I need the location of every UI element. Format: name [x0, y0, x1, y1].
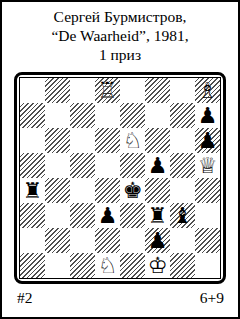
square-g6 [170, 128, 195, 153]
square-c5 [70, 153, 95, 178]
square-b5 [45, 153, 70, 178]
square-e8 [120, 78, 145, 103]
source-year-line: “De Waarheid”, 1981, [2, 26, 238, 45]
square-d8: ♖ [95, 78, 120, 103]
square-d4 [95, 178, 120, 203]
square-f7 [145, 103, 170, 128]
square-b8 [45, 78, 70, 103]
white-knight-e6: ♘ [120, 128, 145, 153]
prize-line: 1 приз [2, 45, 238, 64]
black-pawn-h7: ♟ [195, 103, 220, 128]
square-a2 [20, 228, 45, 253]
black-king-e4: ♚ [120, 178, 145, 203]
square-f5: ♟ [145, 153, 170, 178]
square-h2 [195, 228, 220, 253]
square-d3: ♟ [95, 203, 120, 228]
square-a6 [20, 128, 45, 153]
square-e4: ♚ [120, 178, 145, 203]
square-a3 [20, 203, 45, 228]
square-e7 [120, 103, 145, 128]
problem-header: Сергей Бурмистров, “De Waarheid”, 1981, … [2, 7, 238, 64]
square-h7: ♟ [195, 103, 220, 128]
square-b6 [45, 128, 70, 153]
square-g4 [170, 178, 195, 203]
square-f2: ♟ [145, 228, 170, 253]
square-e1 [120, 253, 145, 278]
white-knight-d1: ♘ [95, 253, 120, 278]
square-h8: ♗ [195, 78, 220, 103]
square-c8 [70, 78, 95, 103]
square-c3 [70, 203, 95, 228]
square-c1 [70, 253, 95, 278]
square-a8 [20, 78, 45, 103]
square-f8 [145, 78, 170, 103]
white-bishop-h8: ♗ [195, 78, 220, 103]
square-e3 [120, 203, 145, 228]
black-pawn-f2: ♟ [145, 228, 170, 253]
square-d6 [95, 128, 120, 153]
black-pawn-h6: ♟ [195, 128, 220, 153]
square-a1 [20, 253, 45, 278]
white-king-f1: ♔ [145, 253, 170, 278]
square-f3: ♜ [145, 203, 170, 228]
square-b4 [45, 178, 70, 203]
black-rook-a4: ♜ [20, 178, 45, 203]
square-h4 [195, 178, 220, 203]
square-h6: ♟ [195, 128, 220, 153]
square-a7 [20, 103, 45, 128]
material-count-label: 6+9 [200, 289, 224, 307]
square-d7 [95, 103, 120, 128]
square-h1 [195, 253, 220, 278]
square-g3: ♝ [170, 203, 195, 228]
black-bishop-g3: ♝ [170, 203, 195, 228]
square-e6: ♘ [120, 128, 145, 153]
chess-board-frame: ♖♗♟♘♟♟♕♜♚♟♜♝♟♘♔ [14, 72, 226, 284]
square-a5 [20, 153, 45, 178]
square-d5 [95, 153, 120, 178]
square-b3 [45, 203, 70, 228]
square-b1 [45, 253, 70, 278]
square-g1 [170, 253, 195, 278]
square-h3 [195, 203, 220, 228]
square-a4: ♜ [20, 178, 45, 203]
square-e5 [120, 153, 145, 178]
square-g2 [170, 228, 195, 253]
square-h5: ♕ [195, 153, 220, 178]
square-f4 [145, 178, 170, 203]
square-g5 [170, 153, 195, 178]
white-queen-h5: ♕ [195, 153, 220, 178]
square-b7 [45, 103, 70, 128]
square-c2 [70, 228, 95, 253]
problem-footer: #2 6+9 [2, 289, 238, 307]
black-pawn-f5: ♟ [145, 153, 170, 178]
square-c4 [70, 178, 95, 203]
chess-board: ♖♗♟♘♟♟♕♜♚♟♜♝♟♘♔ [19, 77, 221, 279]
square-g8 [170, 78, 195, 103]
stipulation-label: #2 [17, 289, 33, 307]
square-d2 [95, 228, 120, 253]
square-c7 [70, 103, 95, 128]
square-b2 [45, 228, 70, 253]
square-f6 [145, 128, 170, 153]
author-line: Сергей Бурмистров, [2, 7, 238, 26]
square-d1: ♘ [95, 253, 120, 278]
square-c6 [70, 128, 95, 153]
chess-problem-page: Сергей Бурмистров, “De Waarheid”, 1981, … [0, 0, 240, 319]
black-pawn-d3: ♟ [95, 203, 120, 228]
square-e2 [120, 228, 145, 253]
black-rook-f3: ♜ [145, 203, 170, 228]
white-rook-d8: ♖ [95, 78, 120, 103]
square-f1: ♔ [145, 253, 170, 278]
square-g7 [170, 103, 195, 128]
